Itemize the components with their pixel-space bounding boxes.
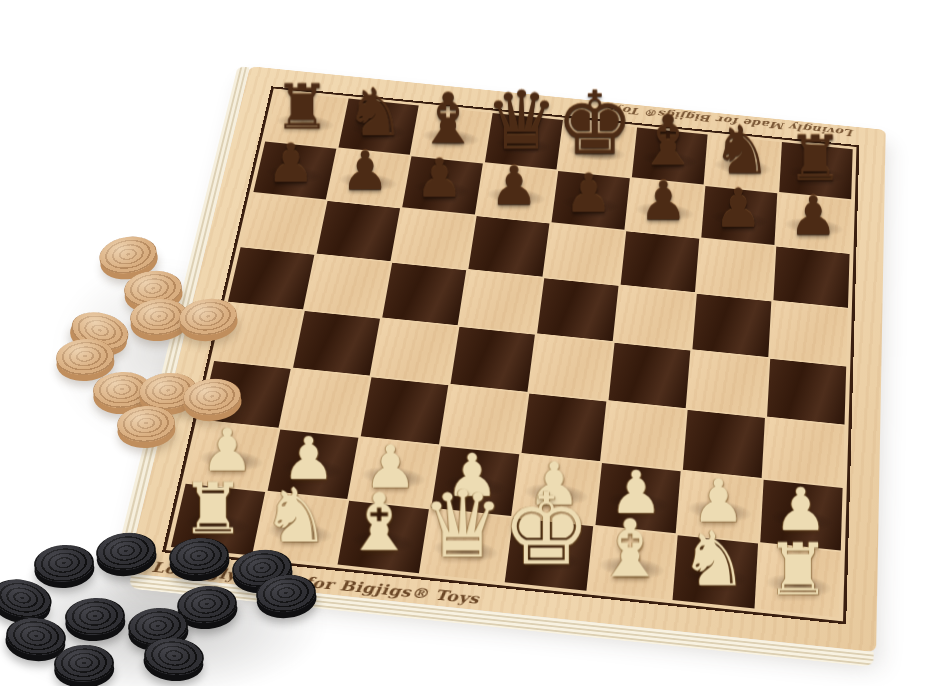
square-e1: ♚ <box>505 518 593 591</box>
square-f6 <box>621 231 700 292</box>
product-photo-scene: ♜♞♝♛♚♝♞♜♟♟♟♟♟♟♟♟♟♟♟♟♟♟♟♟♜♞♝♛♚♝♞♜ Lovingl… <box>0 0 928 686</box>
square-f7: ♟ <box>626 179 703 238</box>
piece-white-bishop: ♝ <box>344 482 415 562</box>
piece-black-knight: ♞ <box>346 80 405 146</box>
square-g4 <box>688 351 768 417</box>
piece-black-pawn: ♟ <box>415 152 463 206</box>
square-b5 <box>305 255 390 317</box>
square-d1: ♛ <box>421 509 511 582</box>
square-g1: ♞ <box>673 535 759 608</box>
piece-black-rook: ♜ <box>274 76 330 138</box>
square-d7: ♟ <box>477 164 556 222</box>
square-b6 <box>317 201 400 261</box>
piece-black-queen: ♛ <box>485 79 558 160</box>
square-b4 <box>293 311 380 376</box>
square-c1: ♝ <box>338 501 429 573</box>
piece-black-pawn: ♟ <box>267 137 315 191</box>
square-b7: ♟ <box>328 149 410 207</box>
square-d4 <box>451 327 535 392</box>
square-f4 <box>609 343 691 408</box>
square-f1: ♝ <box>589 527 676 600</box>
square-h5 <box>770 302 848 365</box>
square-a6 <box>241 193 326 253</box>
piece-black-king: ♚ <box>556 81 634 168</box>
square-e4 <box>529 335 612 400</box>
square-c7: ♟ <box>402 156 483 214</box>
square-h7: ♟ <box>776 193 851 252</box>
piece-white-knight: ♞ <box>262 478 330 553</box>
square-e7: ♟ <box>552 171 630 230</box>
square-c6 <box>392 209 474 269</box>
square-h6 <box>773 247 849 308</box>
piece-black-bishop: ♝ <box>417 83 480 153</box>
square-e5 <box>537 278 618 341</box>
piece-black-pawn: ♟ <box>714 182 762 236</box>
piece-white-knight: ♞ <box>680 522 748 598</box>
square-f5 <box>615 286 695 349</box>
square-e6 <box>544 224 624 285</box>
square-h1: ♜ <box>757 544 841 618</box>
piece-black-knight: ♞ <box>712 117 771 183</box>
piece-black-pawn: ♟ <box>564 167 612 221</box>
board-grid: ♜♞♝♛♚♝♞♜♟♟♟♟♟♟♟♟♟♟♟♟♟♟♟♟♜♞♝♛♚♝♞♜ <box>162 86 859 624</box>
square-c4 <box>372 319 458 384</box>
square-a5 <box>228 247 314 309</box>
piece-white-bishop: ♝ <box>594 509 666 589</box>
square-d5 <box>460 270 543 333</box>
piece-black-bishop: ♝ <box>637 105 700 175</box>
piece-white-rook: ♜ <box>766 535 830 606</box>
square-a7: ♟ <box>253 142 336 200</box>
piece-black-rook: ♜ <box>787 128 843 191</box>
piece-white-rook: ♜ <box>181 474 245 545</box>
piece-black-pawn: ♟ <box>490 159 538 213</box>
piece-black-pawn: ♟ <box>789 189 837 243</box>
square-h4 <box>767 359 846 425</box>
square-d6 <box>468 216 549 277</box>
piece-white-queen: ♛ <box>421 478 504 571</box>
piece-black-pawn: ♟ <box>639 174 687 228</box>
square-c5 <box>382 263 466 325</box>
square-g6 <box>697 239 774 300</box>
square-g5 <box>692 294 771 357</box>
piece-black-pawn: ♟ <box>341 144 389 198</box>
piece-white-king: ♚ <box>502 480 591 579</box>
square-g7: ♟ <box>701 186 777 245</box>
